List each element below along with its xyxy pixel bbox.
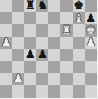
square-h3[interactable] (85, 61, 97, 73)
square-f3[interactable] (60, 61, 72, 73)
square-e7[interactable] (48, 12, 60, 24)
square-e8[interactable] (48, 0, 60, 12)
square-c5[interactable] (24, 37, 36, 49)
piece-black-pawn[interactable]: ♟ (25, 49, 35, 60)
piece-white-pawn[interactable]: ♟ (13, 73, 23, 84)
piece-white-pawn[interactable]: ♟ (1, 37, 11, 48)
square-c8[interactable]: ♜ (24, 0, 36, 12)
square-a1[interactable] (0, 85, 12, 97)
square-e6[interactable] (48, 24, 60, 36)
square-a6[interactable] (0, 24, 12, 36)
square-g5[interactable] (73, 37, 85, 49)
square-h2[interactable] (85, 73, 97, 85)
piece-black-rook[interactable]: ♜ (25, 0, 35, 11)
square-d1[interactable] (36, 85, 48, 97)
square-b4[interactable] (12, 49, 24, 61)
square-d7[interactable] (36, 12, 48, 24)
square-g6[interactable] (73, 24, 85, 36)
square-g8[interactable]: ♚ (73, 0, 85, 12)
piece-black-king[interactable]: ♚ (73, 0, 83, 11)
piece-white-rook[interactable]: ♜ (61, 24, 71, 35)
chess-board: ♜♞♚♝♟♜♚♟♟♟♟♟ (0, 0, 97, 98)
square-f1[interactable] (60, 85, 72, 97)
square-e3[interactable] (48, 61, 60, 73)
square-b5[interactable] (12, 37, 24, 49)
square-f4[interactable] (60, 49, 72, 61)
square-d4[interactable]: ♟ (36, 49, 48, 61)
square-d3[interactable] (36, 61, 48, 73)
square-f5[interactable] (60, 37, 72, 49)
square-f8[interactable] (60, 0, 72, 12)
square-b3[interactable] (12, 61, 24, 73)
piece-white-king[interactable]: ♚ (86, 24, 96, 35)
square-h7[interactable]: ♟ (85, 12, 97, 24)
square-f6[interactable]: ♜ (60, 24, 72, 36)
square-c4[interactable]: ♟ (24, 49, 36, 61)
piece-white-pawn[interactable]: ♟ (86, 37, 96, 48)
square-b8[interactable] (12, 0, 24, 12)
square-d8[interactable]: ♞ (36, 0, 48, 12)
square-a4[interactable] (0, 49, 12, 61)
square-b1[interactable] (12, 85, 24, 97)
piece-black-knight[interactable]: ♞ (37, 0, 47, 11)
piece-black-pawn[interactable]: ♟ (37, 49, 47, 60)
square-g4[interactable] (73, 49, 85, 61)
square-g1[interactable] (73, 85, 85, 97)
square-e2[interactable] (48, 73, 60, 85)
square-c2[interactable] (24, 73, 36, 85)
square-b6[interactable] (12, 24, 24, 36)
square-d2[interactable] (36, 73, 48, 85)
square-g2[interactable] (73, 73, 85, 85)
square-c7[interactable] (24, 12, 36, 24)
square-f7[interactable] (60, 12, 72, 24)
piece-black-pawn[interactable]: ♟ (86, 12, 96, 23)
square-c3[interactable] (24, 61, 36, 73)
square-h4[interactable] (85, 49, 97, 61)
square-d6[interactable] (36, 24, 48, 36)
square-g7[interactable]: ♝ (73, 12, 85, 24)
square-e1[interactable] (48, 85, 60, 97)
square-a5[interactable]: ♟ (0, 37, 12, 49)
square-a2[interactable] (0, 73, 12, 85)
square-h5[interactable]: ♟ (85, 37, 97, 49)
square-a8[interactable] (0, 0, 12, 12)
square-g3[interactable] (73, 61, 85, 73)
piece-white-bishop[interactable]: ♝ (73, 12, 83, 23)
square-b2[interactable]: ♟ (12, 73, 24, 85)
square-e4[interactable] (48, 49, 60, 61)
square-h8[interactable] (85, 0, 97, 12)
square-c1[interactable] (24, 85, 36, 97)
square-c6[interactable] (24, 24, 36, 36)
square-d5[interactable] (36, 37, 48, 49)
square-h6[interactable]: ♚ (85, 24, 97, 36)
square-a3[interactable] (0, 61, 12, 73)
square-b7[interactable] (12, 12, 24, 24)
square-f2[interactable] (60, 73, 72, 85)
square-h1[interactable] (85, 85, 97, 97)
square-a7[interactable] (0, 12, 12, 24)
square-e5[interactable] (48, 37, 60, 49)
